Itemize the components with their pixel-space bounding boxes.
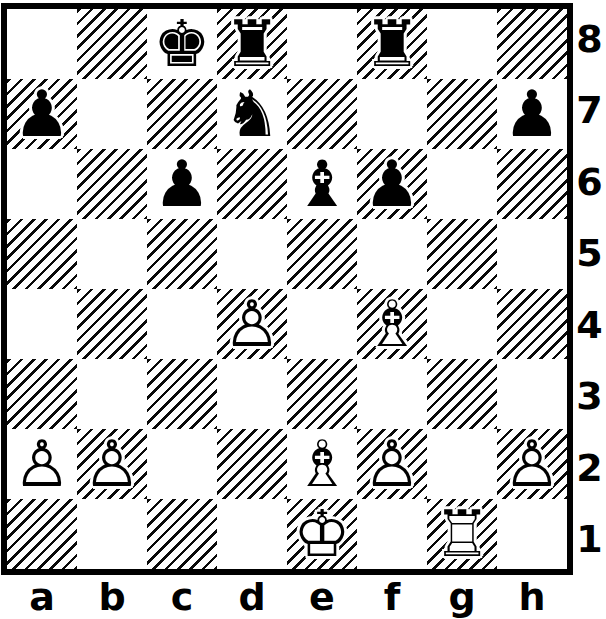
- piece-black-pawn: ♟: [147, 149, 217, 219]
- square-g6[interactable]: [427, 149, 497, 219]
- square-f7[interactable]: [357, 79, 427, 149]
- piece-white-rook: ♖: [427, 499, 497, 569]
- square-a2[interactable]: ♟♙: [7, 429, 77, 499]
- file-label-e: e: [287, 575, 357, 619]
- piece-halo: ♜: [357, 9, 427, 79]
- piece-halo: ♝: [287, 429, 357, 499]
- file-label-c: c: [147, 575, 217, 619]
- piece-halo: ♝: [287, 149, 357, 219]
- square-b4[interactable]: [77, 289, 147, 359]
- piece-black-rook: ♜: [357, 9, 427, 79]
- square-e4[interactable]: [287, 289, 357, 359]
- piece-white-pawn: ♙: [77, 429, 147, 499]
- piece-black-pawn: ♟: [7, 79, 77, 149]
- square-c7[interactable]: [147, 79, 217, 149]
- piece-white-king: ♔: [287, 499, 357, 569]
- square-c3[interactable]: [147, 359, 217, 429]
- square-e2[interactable]: ♝♗: [287, 429, 357, 499]
- square-h3[interactable]: [497, 359, 567, 429]
- piece-halo: ♚: [287, 499, 357, 569]
- piece-halo: ♟: [497, 429, 567, 499]
- square-c2[interactable]: [147, 429, 217, 499]
- file-label-d: d: [217, 575, 287, 619]
- square-b7[interactable]: [77, 79, 147, 149]
- piece-halo: ♟: [217, 289, 287, 359]
- square-g4[interactable]: [427, 289, 497, 359]
- piece-halo: ♟: [77, 429, 147, 499]
- file-label-f: f: [357, 575, 427, 619]
- square-d1[interactable]: [217, 499, 287, 569]
- piece-halo: ♟: [497, 79, 567, 149]
- square-e3[interactable]: [287, 359, 357, 429]
- square-h6[interactable]: [497, 149, 567, 219]
- file-label-a: a: [7, 575, 77, 619]
- square-f3[interactable]: [357, 359, 427, 429]
- piece-halo: ♟: [147, 149, 217, 219]
- square-h4[interactable]: [497, 289, 567, 359]
- square-d5[interactable]: [217, 219, 287, 289]
- square-d8[interactable]: ♜♜: [217, 9, 287, 79]
- square-f2[interactable]: ♟♙: [357, 429, 427, 499]
- square-a8[interactable]: [7, 9, 77, 79]
- square-e7[interactable]: [287, 79, 357, 149]
- piece-black-king: ♚: [147, 9, 217, 79]
- piece-halo: ♜: [217, 9, 287, 79]
- piece-white-bishop: ♗: [287, 429, 357, 499]
- piece-halo: ♟: [7, 429, 77, 499]
- square-e6[interactable]: ♝♝: [287, 149, 357, 219]
- square-b5[interactable]: [77, 219, 147, 289]
- square-h5[interactable]: [497, 219, 567, 289]
- square-f6[interactable]: ♟♟: [357, 149, 427, 219]
- rank-labels: 87654321: [573, 3, 606, 575]
- rank-label-3: 3: [573, 361, 606, 433]
- piece-white-pawn: ♙: [7, 429, 77, 499]
- rank-label-6: 6: [573, 146, 606, 218]
- square-b8[interactable]: [77, 9, 147, 79]
- piece-halo: ♟: [7, 79, 77, 149]
- square-f4[interactable]: ♝♗: [357, 289, 427, 359]
- square-b1[interactable]: [77, 499, 147, 569]
- square-d4[interactable]: ♟♙: [217, 289, 287, 359]
- square-g5[interactable]: [427, 219, 497, 289]
- square-c6[interactable]: ♟♟: [147, 149, 217, 219]
- square-c1[interactable]: [147, 499, 217, 569]
- chess-board: ♚♚♜♜♜♜♟♟♞♞♟♟♟♟♝♝♟♟♟♙♝♗♟♙♟♙♝♗♟♙♟♙♚♔♜♖: [7, 9, 567, 569]
- square-g1[interactable]: ♜♖: [427, 499, 497, 569]
- square-b6[interactable]: [77, 149, 147, 219]
- rank-label-2: 2: [573, 432, 606, 504]
- piece-white-bishop: ♗: [357, 289, 427, 359]
- square-f8[interactable]: ♜♜: [357, 9, 427, 79]
- rank-label-8: 8: [573, 3, 606, 75]
- piece-white-pawn: ♙: [357, 429, 427, 499]
- square-g2[interactable]: [427, 429, 497, 499]
- piece-halo: ♟: [357, 429, 427, 499]
- square-c5[interactable]: [147, 219, 217, 289]
- square-g8[interactable]: [427, 9, 497, 79]
- piece-white-pawn: ♙: [497, 429, 567, 499]
- square-a4[interactable]: [7, 289, 77, 359]
- file-label-g: g: [427, 575, 497, 619]
- square-g7[interactable]: [427, 79, 497, 149]
- piece-halo: ♝: [357, 289, 427, 359]
- square-h8[interactable]: [497, 9, 567, 79]
- file-label-b: b: [77, 575, 147, 619]
- piece-black-bishop: ♝: [287, 149, 357, 219]
- piece-halo: ♚: [147, 9, 217, 79]
- rank-label-7: 7: [573, 75, 606, 147]
- square-d2[interactable]: [217, 429, 287, 499]
- square-f5[interactable]: [357, 219, 427, 289]
- square-g3[interactable]: [427, 359, 497, 429]
- square-d3[interactable]: [217, 359, 287, 429]
- piece-halo: ♜: [427, 499, 497, 569]
- rank-label-5: 5: [573, 218, 606, 290]
- file-label-h: h: [497, 575, 567, 619]
- piece-halo: ♞: [217, 79, 287, 149]
- piece-black-rook: ♜: [217, 9, 287, 79]
- square-e8[interactable]: [287, 9, 357, 79]
- piece-white-pawn: ♙: [217, 289, 287, 359]
- square-e1[interactable]: ♚♔: [287, 499, 357, 569]
- square-a5[interactable]: [7, 219, 77, 289]
- square-h7[interactable]: ♟♟: [497, 79, 567, 149]
- square-a6[interactable]: [7, 149, 77, 219]
- square-a3[interactable]: [7, 359, 77, 429]
- file-labels: abcdefgh: [7, 575, 567, 619]
- rank-label-4: 4: [573, 289, 606, 361]
- piece-black-knight: ♞: [217, 79, 287, 149]
- square-d7[interactable]: ♞♞: [217, 79, 287, 149]
- square-h1[interactable]: [497, 499, 567, 569]
- square-d6[interactable]: [217, 149, 287, 219]
- piece-halo: ♟: [357, 149, 427, 219]
- square-f1[interactable]: [357, 499, 427, 569]
- square-e5[interactable]: [287, 219, 357, 289]
- piece-black-pawn: ♟: [357, 149, 427, 219]
- chess-diagram: ♚♚♜♜♜♜♟♟♞♞♟♟♟♟♝♝♟♟♟♙♝♗♟♙♟♙♝♗♟♙♟♙♚♔♜♖ 876…: [0, 0, 606, 619]
- square-a7[interactable]: ♟♟: [7, 79, 77, 149]
- rank-label-1: 1: [573, 504, 606, 576]
- piece-black-pawn: ♟: [497, 79, 567, 149]
- square-b2[interactable]: ♟♙: [77, 429, 147, 499]
- square-h2[interactable]: ♟♙: [497, 429, 567, 499]
- square-b3[interactable]: [77, 359, 147, 429]
- square-c4[interactable]: [147, 289, 217, 359]
- square-c8[interactable]: ♚♚: [147, 9, 217, 79]
- board-frame: ♚♚♜♜♜♜♟♟♞♞♟♟♟♟♝♝♟♟♟♙♝♗♟♙♟♙♝♗♟♙♟♙♚♔♜♖: [1, 3, 573, 575]
- square-a1[interactable]: [7, 499, 77, 569]
